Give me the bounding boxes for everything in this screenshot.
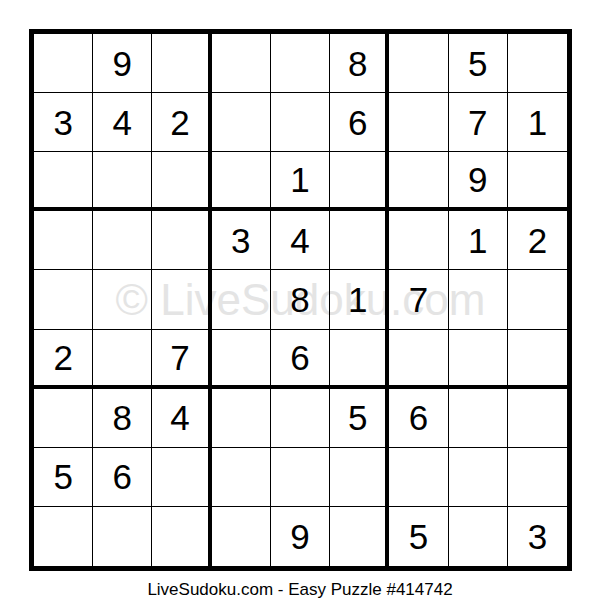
cell-r4c3[interactable]: [152, 211, 211, 270]
cell-r9c3[interactable]: [152, 507, 211, 566]
cell-r7c4[interactable]: [212, 389, 271, 448]
cell-r1c1[interactable]: [34, 34, 93, 93]
cell-r5c2[interactable]: [93, 270, 152, 329]
cell-r9c9[interactable]: 3: [508, 507, 567, 566]
cell-r5c5[interactable]: 8: [271, 270, 330, 329]
cell-r2c3[interactable]: 2: [152, 93, 211, 152]
cell-r6c7[interactable]: [389, 330, 448, 389]
cell-r1c3[interactable]: [152, 34, 211, 93]
cell-r3c3[interactable]: [152, 152, 211, 211]
cell-r1c8[interactable]: 5: [449, 34, 508, 93]
cell-r5c9[interactable]: [508, 270, 567, 329]
cell-r6c1[interactable]: 2: [34, 330, 93, 389]
cell-r1c6[interactable]: 8: [330, 34, 389, 93]
cell-r7c7[interactable]: 6: [389, 389, 448, 448]
cell-r9c4[interactable]: [212, 507, 271, 566]
cell-r3c5[interactable]: 1: [271, 152, 330, 211]
cell-r9c6[interactable]: [330, 507, 389, 566]
cell-r5c6[interactable]: 1: [330, 270, 389, 329]
cell-r5c7[interactable]: 7: [389, 270, 448, 329]
cell-r9c5[interactable]: 9: [271, 507, 330, 566]
cell-r7c5[interactable]: [271, 389, 330, 448]
cell-r2c7[interactable]: [389, 93, 448, 152]
cell-r4c5[interactable]: 4: [271, 211, 330, 270]
cell-r5c8[interactable]: [449, 270, 508, 329]
cell-r3c6[interactable]: [330, 152, 389, 211]
cell-r2c4[interactable]: [212, 93, 271, 152]
cell-r2c6[interactable]: 6: [330, 93, 389, 152]
cell-r8c9[interactable]: [508, 448, 567, 507]
cell-r3c7[interactable]: [389, 152, 448, 211]
cell-r4c7[interactable]: [389, 211, 448, 270]
cell-r2c8[interactable]: 7: [449, 93, 508, 152]
cell-r6c5[interactable]: 6: [271, 330, 330, 389]
cell-r3c4[interactable]: [212, 152, 271, 211]
cell-r5c4[interactable]: [212, 270, 271, 329]
cell-r4c1[interactable]: [34, 211, 93, 270]
cell-r7c6[interactable]: 5: [330, 389, 389, 448]
cell-r7c3[interactable]: 4: [152, 389, 211, 448]
cell-r3c9[interactable]: [508, 152, 567, 211]
cell-r4c9[interactable]: 2: [508, 211, 567, 270]
cell-r6c2[interactable]: [93, 330, 152, 389]
cell-r8c7[interactable]: [389, 448, 448, 507]
cell-r2c1[interactable]: 3: [34, 93, 93, 152]
cell-r6c4[interactable]: [212, 330, 271, 389]
cell-r2c9[interactable]: 1: [508, 93, 567, 152]
cell-r6c6[interactable]: [330, 330, 389, 389]
cell-r6c3[interactable]: 7: [152, 330, 211, 389]
cell-r8c8[interactable]: [449, 448, 508, 507]
cell-r6c8[interactable]: [449, 330, 508, 389]
cell-r8c5[interactable]: [271, 448, 330, 507]
cell-r6c9[interactable]: [508, 330, 567, 389]
cell-r9c2[interactable]: [93, 507, 152, 566]
cell-r9c7[interactable]: 5: [389, 507, 448, 566]
cell-r2c5[interactable]: [271, 93, 330, 152]
cell-r1c4[interactable]: [212, 34, 271, 93]
cell-r7c1[interactable]: [34, 389, 93, 448]
cell-r3c1[interactable]: [34, 152, 93, 211]
cell-r8c3[interactable]: [152, 448, 211, 507]
cell-r7c2[interactable]: 8: [93, 389, 152, 448]
cell-r8c2[interactable]: 6: [93, 448, 152, 507]
cell-r3c8[interactable]: 9: [449, 152, 508, 211]
cell-r8c1[interactable]: 5: [34, 448, 93, 507]
cell-r1c9[interactable]: [508, 34, 567, 93]
caption: LiveSudoku.com - Easy Puzzle #414742: [0, 580, 600, 600]
cell-r8c6[interactable]: [330, 448, 389, 507]
cell-r7c9[interactable]: [508, 389, 567, 448]
cell-r3c2[interactable]: [93, 152, 152, 211]
puzzle-page: © LiveSudoku.com 98534267119341281727684…: [0, 0, 600, 615]
cell-r1c7[interactable]: [389, 34, 448, 93]
cell-r1c5[interactable]: [271, 34, 330, 93]
cell-r9c1[interactable]: [34, 507, 93, 566]
cell-r4c2[interactable]: [93, 211, 152, 270]
cell-r2c2[interactable]: 4: [93, 93, 152, 152]
cell-r9c8[interactable]: [449, 507, 508, 566]
cell-r8c4[interactable]: [212, 448, 271, 507]
cell-r5c3[interactable]: [152, 270, 211, 329]
cell-r5c1[interactable]: [34, 270, 93, 329]
cell-r4c6[interactable]: [330, 211, 389, 270]
cell-r7c8[interactable]: [449, 389, 508, 448]
cell-r1c2[interactable]: 9: [93, 34, 152, 93]
cell-r4c4[interactable]: 3: [212, 211, 271, 270]
sudoku-grid: 985342671193412817276845656953: [29, 29, 572, 571]
cell-r4c8[interactable]: 1: [449, 211, 508, 270]
